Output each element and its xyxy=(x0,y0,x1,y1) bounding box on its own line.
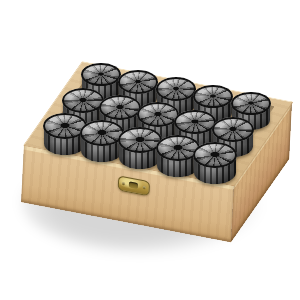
product-photo xyxy=(0,0,300,300)
latch-screw-icon xyxy=(143,186,146,190)
latch-slot xyxy=(129,181,138,189)
latch-screw-icon xyxy=(122,182,125,186)
brass-latch xyxy=(118,175,150,196)
